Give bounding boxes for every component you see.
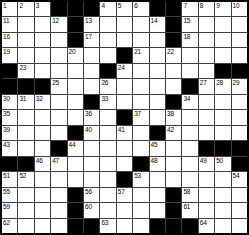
black-square-r3c11 xyxy=(166,33,181,47)
clue-number: 42 xyxy=(167,126,174,133)
clue-number: 16 xyxy=(3,33,10,40)
clue-number: 39 xyxy=(3,126,10,133)
black-square-r15c6 xyxy=(84,219,99,233)
white-cell-r13c1[interactable]: 55 xyxy=(2,188,17,202)
white-cell-r12c9[interactable]: 53 xyxy=(133,172,148,186)
white-cell-r5c5[interactable] xyxy=(68,64,83,78)
black-square-r6c2 xyxy=(18,79,33,93)
white-cell-r15c4[interactable] xyxy=(51,219,66,233)
black-square-r13c5 xyxy=(68,188,83,202)
black-square-r9c10 xyxy=(150,126,165,140)
clue-number: 9 xyxy=(216,2,219,9)
clue-number: 52 xyxy=(19,172,26,179)
white-cell-r7c4[interactable] xyxy=(51,95,66,109)
white-cell-r6c8[interactable] xyxy=(117,79,132,93)
white-cell-r15c7[interactable]: 63 xyxy=(100,219,115,233)
white-cell-r14c1[interactable]: 59 xyxy=(2,203,17,217)
black-square-r1c5 xyxy=(68,2,83,16)
white-cell-r12c15[interactable]: 54 xyxy=(232,172,247,186)
white-cell-r10c5[interactable]: 44 xyxy=(68,141,83,155)
clue-number: 61 xyxy=(183,203,190,210)
white-cell-r13c2[interactable] xyxy=(18,188,33,202)
white-cell-r10c9[interactable] xyxy=(133,141,148,155)
white-cell-r4c5[interactable]: 20 xyxy=(68,48,83,62)
clue-number: 40 xyxy=(85,126,92,133)
white-cell-r8c11[interactable]: 38 xyxy=(166,110,181,124)
black-square-r11c9 xyxy=(133,157,148,171)
white-cell-r7c10[interactable] xyxy=(150,95,165,109)
clue-number: 60 xyxy=(85,203,92,210)
white-cell-r9c7[interactable] xyxy=(100,126,115,140)
white-cell-r10c1[interactable]: 43 xyxy=(2,141,17,155)
white-cell-r13c10[interactable] xyxy=(150,188,165,202)
white-cell-r14c14[interactable] xyxy=(215,203,230,217)
white-cell-r1c9[interactable]: 6 xyxy=(133,2,148,16)
white-cell-r13c13[interactable] xyxy=(199,188,214,202)
white-cell-r2c13[interactable] xyxy=(199,17,214,31)
black-square-r7c11 xyxy=(166,95,181,109)
clue-number: 11 xyxy=(3,17,9,24)
clue-number: 31 xyxy=(19,95,26,102)
clue-number: 48 xyxy=(151,157,158,164)
black-square-r6c1 xyxy=(2,79,17,93)
white-cell-r2c2[interactable] xyxy=(18,17,33,31)
black-square-r10c14 xyxy=(215,141,230,155)
clue-number: 2 xyxy=(19,2,22,9)
white-cell-r8c6[interactable]: 36 xyxy=(84,110,99,124)
white-cell-r6c7[interactable]: 26 xyxy=(100,79,115,93)
clue-number: 64 xyxy=(200,219,207,226)
white-cell-r1c14[interactable]: 9 xyxy=(215,2,230,16)
white-cell-r11c13[interactable]: 49 xyxy=(199,157,214,171)
clue-number: 56 xyxy=(85,188,92,195)
clue-number: 38 xyxy=(167,110,174,117)
white-cell-r14c4[interactable] xyxy=(51,203,66,217)
white-cell-r13c12[interactable]: 58 xyxy=(182,188,197,202)
white-cell-r6c11[interactable] xyxy=(166,79,181,93)
white-cell-r4c12[interactable] xyxy=(182,48,197,62)
clue-number: 12 xyxy=(52,17,59,24)
clue-number: 22 xyxy=(167,48,174,55)
white-cell-r13c4[interactable] xyxy=(51,188,66,202)
white-cell-r1c13[interactable]: 8 xyxy=(199,2,214,16)
clue-number: 1 xyxy=(3,2,6,9)
clue-number: 34 xyxy=(183,95,190,102)
white-cell-r9c12[interactable] xyxy=(182,126,197,140)
white-cell-r8c3[interactable] xyxy=(35,110,50,124)
black-square-r4c8 xyxy=(117,48,132,62)
white-cell-r5c8[interactable]: 24 xyxy=(117,64,132,78)
white-cell-r3c3[interactable] xyxy=(35,33,50,47)
white-cell-r5c10[interactable] xyxy=(150,64,165,78)
white-cell-r15c3[interactable] xyxy=(35,219,50,233)
black-square-r5c14 xyxy=(215,64,230,78)
black-square-r1c6 xyxy=(84,2,99,16)
white-cell-r9c14[interactable] xyxy=(215,126,230,140)
white-cell-r6c6[interactable] xyxy=(84,79,99,93)
white-cell-r15c8[interactable] xyxy=(117,219,132,233)
white-cell-r14c15[interactable] xyxy=(232,203,247,217)
white-cell-r2c14[interactable] xyxy=(215,17,230,31)
white-cell-r12c11[interactable] xyxy=(166,172,181,186)
clue-number: 29 xyxy=(233,79,240,86)
white-cell-r12c6[interactable] xyxy=(84,172,99,186)
white-cell-r4c14[interactable] xyxy=(215,48,230,62)
white-cell-r2c12[interactable]: 15 xyxy=(182,17,197,31)
white-cell-r10c11[interactable] xyxy=(166,141,181,155)
white-cell-r12c2[interactable]: 52 xyxy=(18,172,33,186)
white-cell-r2c4[interactable]: 12 xyxy=(51,17,66,31)
white-cell-r6c4[interactable]: 25 xyxy=(51,79,66,93)
white-cell-r7c7[interactable]: 33 xyxy=(100,95,115,109)
white-cell-r4c2[interactable] xyxy=(18,48,33,62)
clue-number: 55 xyxy=(3,188,10,195)
white-cell-r14c8[interactable] xyxy=(117,203,132,217)
black-square-r11c1 xyxy=(2,157,17,171)
clue-number: 35 xyxy=(3,110,10,117)
black-square-r14c11 xyxy=(166,203,181,217)
white-cell-r8c12[interactable] xyxy=(182,110,197,124)
white-cell-r11c12[interactable] xyxy=(182,157,197,171)
clue-number: 19 xyxy=(3,48,10,55)
white-cell-r2c1[interactable]: 11 xyxy=(2,17,17,31)
white-cell-r11c14[interactable]: 50 xyxy=(215,157,230,171)
white-cell-r3c8[interactable] xyxy=(117,33,132,47)
white-cell-r5c2[interactable]: 23 xyxy=(18,64,33,78)
clue-number: 14 xyxy=(151,17,158,24)
white-cell-r15c1[interactable]: 62 xyxy=(2,219,17,233)
clue-number: 32 xyxy=(36,95,43,102)
white-cell-r14c9[interactable] xyxy=(133,203,148,217)
clue-number: 54 xyxy=(233,172,240,179)
white-cell-r9c15[interactable] xyxy=(232,126,247,140)
white-cell-r8c13[interactable] xyxy=(199,110,214,124)
white-cell-r5c6[interactable] xyxy=(84,64,99,78)
clue-number: 62 xyxy=(3,219,10,226)
white-cell-r2c10[interactable]: 14 xyxy=(150,17,165,31)
white-cell-r13c6[interactable]: 56 xyxy=(84,188,99,202)
clue-number: 49 xyxy=(200,157,207,164)
white-cell-r6c14[interactable]: 28 xyxy=(215,79,230,93)
white-cell-r10c7[interactable] xyxy=(100,141,115,155)
white-cell-r4c15[interactable] xyxy=(232,48,247,62)
white-cell-r8c15[interactable] xyxy=(232,110,247,124)
white-cell-r11c5[interactable] xyxy=(68,157,83,171)
black-square-r5c7 xyxy=(100,64,115,78)
white-cell-r9c9[interactable] xyxy=(133,126,148,140)
white-cell-r8c5[interactable] xyxy=(68,110,83,124)
clue-number: 44 xyxy=(69,141,76,148)
white-cell-r10c3[interactable] xyxy=(35,141,50,155)
white-cell-r14c10[interactable] xyxy=(150,203,165,217)
white-cell-r7c5[interactable] xyxy=(68,95,83,109)
clue-number: 45 xyxy=(151,141,158,148)
white-cell-r10c12[interactable] xyxy=(182,141,197,155)
white-cell-r4c4[interactable] xyxy=(51,48,66,62)
white-cell-r13c3[interactable] xyxy=(35,188,50,202)
clue-number: 21 xyxy=(134,48,141,55)
crossword-grid: 1234567891011121314151617181920212223242… xyxy=(0,0,249,235)
white-cell-r9c6[interactable]: 40 xyxy=(84,126,99,140)
white-cell-r11c11[interactable] xyxy=(166,157,181,171)
clue-number: 47 xyxy=(52,157,59,164)
white-cell-r1c7[interactable]: 4 xyxy=(100,2,115,16)
white-cell-r9c8[interactable]: 41 xyxy=(117,126,132,140)
white-cell-r1c8[interactable]: 5 xyxy=(117,2,132,16)
white-cell-r12c10[interactable] xyxy=(150,172,165,186)
clue-number: 4 xyxy=(101,2,104,9)
white-cell-r13c14[interactable] xyxy=(215,188,230,202)
white-cell-r11c10[interactable]: 48 xyxy=(150,157,165,171)
clue-number: 51 xyxy=(3,172,10,179)
white-cell-r7c9[interactable] xyxy=(133,95,148,109)
white-cell-r6c10[interactable] xyxy=(150,79,165,93)
clue-number: 10 xyxy=(233,2,240,9)
white-cell-r8c9[interactable]: 37 xyxy=(133,110,148,124)
white-cell-r7c8[interactable] xyxy=(117,95,132,109)
white-cell-r14c3[interactable] xyxy=(35,203,50,217)
clue-number: 41 xyxy=(118,126,125,133)
white-cell-r5c4[interactable] xyxy=(51,64,66,78)
clue-number: 13 xyxy=(85,17,92,24)
white-cell-r7c3[interactable]: 32 xyxy=(35,95,50,109)
white-cell-r3c2[interactable] xyxy=(18,33,33,47)
black-square-r1c10 xyxy=(150,2,165,16)
black-square-r10c4 xyxy=(51,141,66,155)
white-cell-r1c12[interactable]: 7 xyxy=(182,2,197,16)
clue-number: 50 xyxy=(216,157,223,164)
white-cell-r5c3[interactable] xyxy=(35,64,50,78)
clue-number: 25 xyxy=(52,79,59,86)
white-cell-r10c10[interactable]: 45 xyxy=(150,141,165,155)
clue-number: 28 xyxy=(216,79,223,86)
white-cell-r6c13[interactable]: 27 xyxy=(199,79,214,93)
white-cell-r3c10[interactable] xyxy=(150,33,165,47)
white-cell-r13c7[interactable] xyxy=(100,188,115,202)
white-cell-r8c1[interactable]: 35 xyxy=(2,110,17,124)
clue-number: 58 xyxy=(183,188,190,195)
white-cell-r2c9[interactable] xyxy=(133,17,148,31)
black-square-r13c11 xyxy=(166,188,181,202)
white-cell-r8c2[interactable] xyxy=(18,110,33,124)
white-cell-r3c15[interactable] xyxy=(232,33,247,47)
white-cell-r8c4[interactable] xyxy=(51,110,66,124)
white-cell-r15c15[interactable] xyxy=(232,219,247,233)
clue-number: 63 xyxy=(101,219,108,226)
white-cell-r2c8[interactable] xyxy=(117,17,132,31)
white-cell-r6c9[interactable] xyxy=(133,79,148,93)
black-square-r3c5 xyxy=(68,33,83,47)
clue-number: 8 xyxy=(200,2,203,9)
clue-number: 26 xyxy=(101,79,108,86)
white-cell-r9c2[interactable] xyxy=(18,126,33,140)
white-cell-r15c2[interactable] xyxy=(18,219,33,233)
clue-number: 33 xyxy=(101,95,108,102)
white-cell-r1c1[interactable]: 1 xyxy=(2,2,17,16)
white-cell-r4c7[interactable] xyxy=(100,48,115,62)
black-square-r9c5 xyxy=(68,126,83,140)
clue-number: 27 xyxy=(200,79,207,86)
black-square-r11c2 xyxy=(18,157,33,171)
white-cell-r4c6[interactable] xyxy=(84,48,99,62)
black-square-r5c1 xyxy=(2,64,17,78)
white-cell-r6c15[interactable]: 29 xyxy=(232,79,247,93)
white-cell-r2c7[interactable] xyxy=(100,17,115,31)
black-square-r7c6 xyxy=(84,95,99,109)
white-cell-r4c13[interactable] xyxy=(199,48,214,62)
black-square-r12c8 xyxy=(117,172,132,186)
white-cell-r3c13[interactable] xyxy=(199,33,214,47)
white-cell-r9c1[interactable]: 39 xyxy=(2,126,17,140)
clue-number: 46 xyxy=(36,157,43,164)
white-cell-r12c12[interactable] xyxy=(182,172,197,186)
white-cell-r3c7[interactable] xyxy=(100,33,115,47)
black-square-r2c5 xyxy=(68,17,83,31)
white-cell-r5c12[interactable] xyxy=(182,64,197,78)
black-square-r8c8 xyxy=(117,110,132,124)
white-cell-r1c2[interactable]: 2 xyxy=(18,2,33,16)
white-cell-r4c1[interactable]: 19 xyxy=(2,48,17,62)
black-square-r10c13 xyxy=(199,141,214,155)
white-cell-r15c13[interactable]: 64 xyxy=(199,219,214,233)
white-cell-r11c6[interactable] xyxy=(84,157,99,171)
white-cell-r10c2[interactable] xyxy=(18,141,33,155)
white-cell-r2c15[interactable] xyxy=(232,17,247,31)
white-cell-r14c6[interactable]: 60 xyxy=(84,203,99,217)
white-cell-r5c9[interactable] xyxy=(133,64,148,78)
black-square-r6c12 xyxy=(182,79,197,93)
white-cell-r3c9[interactable] xyxy=(133,33,148,47)
white-cell-r3c1[interactable]: 16 xyxy=(2,33,17,47)
white-cell-r14c12[interactable]: 61 xyxy=(182,203,197,217)
white-cell-r3c14[interactable] xyxy=(215,33,230,47)
clue-number: 59 xyxy=(3,203,10,210)
white-cell-r14c7[interactable] xyxy=(100,203,115,217)
white-cell-r9c13[interactable] xyxy=(199,126,214,140)
white-cell-r5c13[interactable] xyxy=(199,64,214,78)
clue-number: 5 xyxy=(118,2,121,9)
white-cell-r7c14[interactable] xyxy=(215,95,230,109)
white-cell-r7c1[interactable]: 30 xyxy=(2,95,17,109)
white-cell-r11c8[interactable] xyxy=(117,157,132,171)
white-cell-r9c3[interactable] xyxy=(35,126,50,140)
white-cell-r14c13[interactable] xyxy=(199,203,214,217)
black-square-r10c15 xyxy=(232,141,247,155)
black-square-r11c15 xyxy=(232,157,247,171)
clue-number: 6 xyxy=(134,2,137,9)
white-cell-r13c8[interactable]: 57 xyxy=(117,188,132,202)
white-cell-r9c4[interactable] xyxy=(51,126,66,140)
white-cell-r7c13[interactable] xyxy=(199,95,214,109)
clue-number: 36 xyxy=(85,110,92,117)
clue-number: 43 xyxy=(3,141,10,148)
white-cell-r5c11[interactable] xyxy=(166,64,181,78)
clue-number: 53 xyxy=(134,172,141,179)
white-cell-r6c5[interactable] xyxy=(68,79,83,93)
white-cell-r15c9[interactable] xyxy=(133,219,148,233)
clue-number: 20 xyxy=(69,48,76,55)
white-cell-r1c15[interactable]: 10 xyxy=(232,2,247,16)
white-cell-r15c14[interactable] xyxy=(215,219,230,233)
white-cell-r12c3[interactable] xyxy=(35,172,50,186)
white-cell-r12c4[interactable] xyxy=(51,172,66,186)
white-cell-r4c3[interactable] xyxy=(35,48,50,62)
black-square-r1c11 xyxy=(166,2,181,16)
white-cell-r14c2[interactable] xyxy=(18,203,33,217)
white-cell-r10c8[interactable] xyxy=(117,141,132,155)
white-cell-r9c11[interactable]: 42 xyxy=(166,126,181,140)
black-square-r2c11 xyxy=(166,17,181,31)
black-square-r6c3 xyxy=(35,79,50,93)
white-cell-r4c9[interactable]: 21 xyxy=(133,48,148,62)
white-cell-r7c2[interactable]: 31 xyxy=(18,95,33,109)
clue-number: 18 xyxy=(183,33,190,40)
black-square-r15c10 xyxy=(150,219,165,233)
white-cell-r13c9[interactable] xyxy=(133,188,148,202)
white-cell-r11c4[interactable]: 47 xyxy=(51,157,66,171)
white-cell-r3c4[interactable] xyxy=(51,33,66,47)
white-cell-r12c13[interactable] xyxy=(199,172,214,186)
white-cell-r7c15[interactable] xyxy=(232,95,247,109)
clue-number: 24 xyxy=(118,64,125,71)
white-cell-r11c3[interactable]: 46 xyxy=(35,157,50,171)
clue-number: 17 xyxy=(85,33,92,40)
white-cell-r4c11[interactable]: 22 xyxy=(166,48,181,62)
black-square-r15c12 xyxy=(182,219,197,233)
white-cell-r2c3[interactable] xyxy=(35,17,50,31)
black-square-r5c15 xyxy=(232,64,247,78)
clue-number: 30 xyxy=(3,95,10,102)
white-cell-r7c12[interactable]: 34 xyxy=(182,95,197,109)
black-square-r15c5 xyxy=(68,219,83,233)
white-cell-r2c6[interactable]: 13 xyxy=(84,17,99,31)
black-square-r14c5 xyxy=(68,203,83,217)
clue-number: 23 xyxy=(19,64,26,71)
black-square-r1c4 xyxy=(51,2,66,16)
white-cell-r3c12[interactable]: 18 xyxy=(182,33,197,47)
clue-number: 57 xyxy=(118,188,125,195)
white-cell-r1c3[interactable]: 3 xyxy=(35,2,50,16)
white-cell-r12c1[interactable]: 51 xyxy=(2,172,17,186)
clue-number: 7 xyxy=(183,2,186,9)
white-cell-r8c14[interactable] xyxy=(215,110,230,124)
white-cell-r4c10[interactable] xyxy=(150,48,165,62)
white-cell-r12c5[interactable] xyxy=(68,172,83,186)
white-cell-r3c6[interactable]: 17 xyxy=(84,33,99,47)
white-cell-r12c14[interactable] xyxy=(215,172,230,186)
white-cell-r10c6[interactable] xyxy=(84,141,99,155)
white-cell-r8c7[interactable] xyxy=(100,110,115,124)
white-cell-r8c10[interactable] xyxy=(150,110,165,124)
black-square-r15c11 xyxy=(166,219,181,233)
clue-number: 15 xyxy=(183,17,190,24)
clue-number: 3 xyxy=(36,2,39,9)
clue-number: 37 xyxy=(134,110,141,117)
white-cell-r12c7[interactable] xyxy=(100,172,115,186)
white-cell-r11c7[interactable] xyxy=(100,157,115,171)
white-cell-r13c15[interactable] xyxy=(232,188,247,202)
